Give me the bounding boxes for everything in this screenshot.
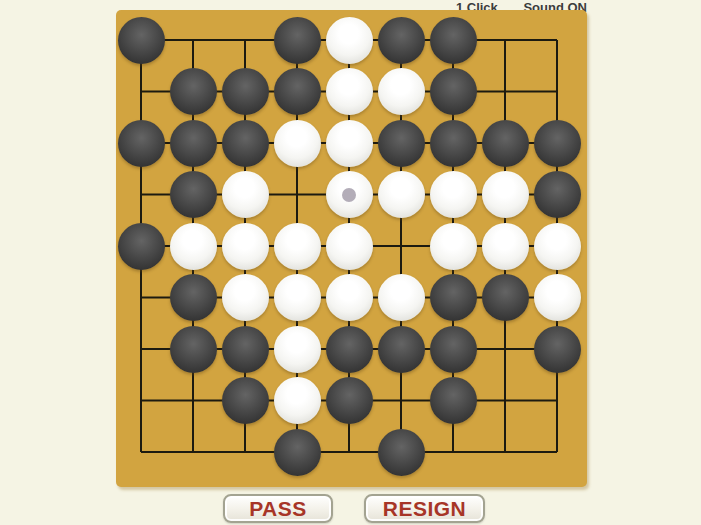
stone-black: [430, 17, 477, 64]
stone-black: [378, 326, 425, 373]
stone-white: [378, 171, 425, 218]
stone-black: [534, 120, 581, 167]
stone-black: [430, 326, 477, 373]
stone-white: [534, 223, 581, 270]
stone-black: [534, 171, 581, 218]
stone-white: [222, 223, 269, 270]
stone-white: [482, 171, 529, 218]
stone-white: [378, 68, 425, 115]
stone-black: [378, 17, 425, 64]
stone-white: [326, 120, 373, 167]
go-board[interactable]: [116, 10, 587, 487]
stone-black: [170, 274, 217, 321]
stone-black: [430, 274, 477, 321]
stone-black: [430, 120, 477, 167]
stone-white: [482, 223, 529, 270]
stone-black: [118, 120, 165, 167]
stone-white: [274, 120, 321, 167]
stone-white: [222, 274, 269, 321]
pass-button[interactable]: PASS: [223, 494, 333, 523]
stone-black: [170, 68, 217, 115]
stone-black: [170, 171, 217, 218]
stone-black: [274, 429, 321, 476]
stone-black: [118, 17, 165, 64]
stone-white: [274, 377, 321, 424]
stone-white: [170, 223, 217, 270]
stone-white: [274, 274, 321, 321]
stone-black: [222, 326, 269, 373]
stone-black: [326, 377, 373, 424]
stone-black: [222, 68, 269, 115]
stone-white: [222, 171, 269, 218]
stone-black: [274, 17, 321, 64]
stone-white: [326, 223, 373, 270]
stone-white: [534, 274, 581, 321]
stone-white: [326, 17, 373, 64]
stone-white: [430, 171, 477, 218]
stone-black: [170, 326, 217, 373]
stone-black: [326, 326, 373, 373]
stone-black: [274, 68, 321, 115]
stone-black: [222, 377, 269, 424]
stone-white: [326, 171, 373, 218]
stone-white: [274, 223, 321, 270]
stone-black: [118, 223, 165, 270]
stone-white: [378, 274, 425, 321]
stone-white: [430, 223, 477, 270]
resign-button[interactable]: RESIGN: [364, 494, 485, 523]
stone-white: [274, 326, 321, 373]
stone-black: [482, 120, 529, 167]
stone-black: [378, 120, 425, 167]
stone-white: [326, 274, 373, 321]
stone-black: [378, 429, 425, 476]
stone-black: [222, 120, 269, 167]
stone-black: [534, 326, 581, 373]
stone-black: [430, 68, 477, 115]
stone-black: [482, 274, 529, 321]
last-move-marker: [342, 188, 356, 202]
stone-black: [430, 377, 477, 424]
stone-white: [326, 68, 373, 115]
stone-black: [170, 120, 217, 167]
